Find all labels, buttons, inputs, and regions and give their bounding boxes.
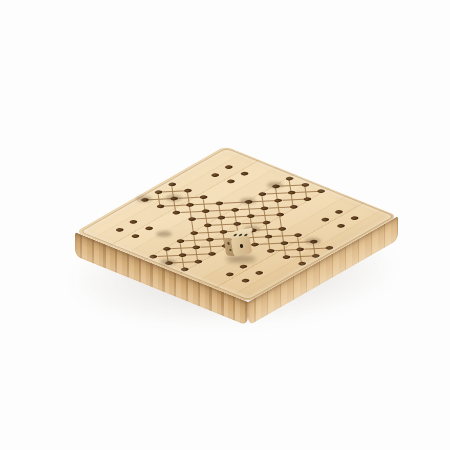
track-hole: [272, 198, 282, 203]
die-face-front: [230, 236, 252, 257]
track-hole: [324, 246, 334, 251]
track-hole: [177, 253, 187, 258]
track-hole: [231, 222, 241, 227]
home-hole: [333, 209, 343, 214]
track-hole: [274, 212, 284, 217]
pawn-yellow: [266, 158, 284, 187]
track-hole: [153, 190, 163, 195]
track-hole: [265, 248, 275, 253]
track-hole: [284, 176, 294, 181]
home-hole: [349, 216, 359, 221]
home-hole: [114, 227, 124, 232]
track-hole: [261, 220, 271, 225]
die-pip: [228, 249, 231, 252]
track-hole: [257, 192, 267, 197]
home-hole: [253, 270, 263, 275]
track-hole: [184, 202, 194, 207]
track-hole: [279, 241, 289, 246]
home-hole: [143, 226, 153, 231]
home-hole: [240, 278, 250, 283]
track-hole: [296, 261, 306, 266]
die-pip: [227, 242, 230, 245]
track-hole: [179, 267, 189, 272]
pawn-shadow: [305, 238, 321, 244]
home-hole: [209, 173, 219, 178]
track-hole: [216, 215, 226, 220]
track-hole: [147, 254, 157, 259]
track-hole: [202, 223, 212, 228]
track-hole: [281, 255, 291, 260]
pawn-green: [304, 214, 322, 243]
track-hole: [315, 189, 325, 194]
pawn-red: [155, 207, 173, 236]
track-hole: [286, 190, 296, 195]
track-hole: [300, 182, 310, 187]
track-hole: [186, 217, 196, 222]
pawn-yellow: [239, 174, 257, 203]
track-hole: [294, 247, 304, 252]
track-hole: [288, 204, 298, 209]
track-hole: [292, 233, 302, 238]
home-hole: [224, 272, 234, 277]
home-hole: [128, 220, 138, 225]
die-pip: [233, 233, 237, 237]
pawn-blue: [135, 172, 153, 201]
product-photo-stage: [0, 0, 450, 450]
track-hole: [200, 209, 210, 214]
track-hole: [190, 245, 200, 250]
wooden-die: [222, 228, 260, 264]
track-hole: [263, 234, 273, 239]
pawn-shadow: [166, 195, 182, 201]
track-hole: [198, 195, 208, 200]
track-hole: [206, 251, 216, 256]
track-hole: [182, 188, 192, 193]
track-hole: [302, 197, 312, 202]
track-hole: [188, 231, 198, 236]
pawn-red: [159, 235, 177, 264]
track-hole: [310, 253, 320, 258]
home-hole: [223, 165, 233, 170]
die-shadow: [226, 255, 256, 263]
home-hole: [335, 224, 345, 229]
home-hole: [130, 234, 140, 239]
pawn-blue: [165, 171, 183, 200]
track-hole: [193, 259, 203, 264]
track-hole: [214, 201, 224, 206]
home-hole: [238, 264, 248, 269]
home-hole: [225, 179, 235, 184]
die-pip: [239, 244, 243, 248]
track-hole: [229, 207, 239, 212]
track-hole: [276, 226, 286, 231]
track-hole: [204, 237, 214, 242]
